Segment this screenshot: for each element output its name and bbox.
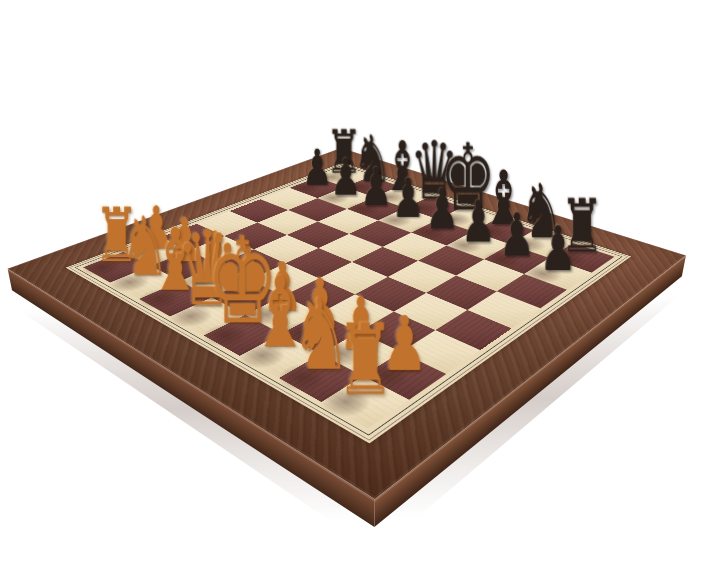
product-photo: ♜♞♝♛♚♝♞♜♟♟♟♟♟♟♟♟♟♟♟♟♟♟♟♟♜♞♝♛♚♝♞♜ <box>0 0 720 576</box>
black-pawn-glyph: ♟ <box>302 142 332 192</box>
chess-board: ♜♞♝♛♚♝♞♜♟♟♟♟♟♟♟♟♟♟♟♟♟♟♟♟♜♞♝♛♚♝♞♜ <box>8 148 686 499</box>
photo-scene: ♜♞♝♛♚♝♞♜♟♟♟♟♟♟♟♟♟♟♟♟♟♟♟♟♜♞♝♛♚♝♞♜ <box>0 0 720 576</box>
black-pawn-glyph: ♟ <box>539 217 577 279</box>
black-pawn-glyph: ♟ <box>330 151 361 202</box>
black-pawn-glyph: ♟ <box>425 181 459 237</box>
white-rook-glyph: ♜ <box>336 310 395 407</box>
black-pawn-glyph: ♟ <box>499 204 535 264</box>
black-pawn-glyph: ♟ <box>392 170 425 224</box>
black-pawn-glyph: ♟ <box>360 160 392 213</box>
black-pawn-glyph: ♟ <box>461 192 496 250</box>
